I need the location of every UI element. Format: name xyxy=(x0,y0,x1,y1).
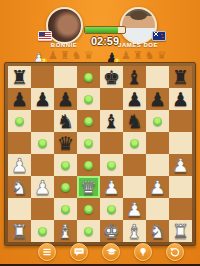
square-d1[interactable] xyxy=(77,220,100,242)
legal-move-dot[interactable] xyxy=(84,139,93,148)
placeholder-rook-icon: ♜ xyxy=(60,48,70,63)
square-d5[interactable] xyxy=(77,132,100,154)
square-a5[interactable] xyxy=(8,132,31,154)
legal-move-dot[interactable] xyxy=(153,117,162,126)
square-c1[interactable]: ♝ xyxy=(54,220,77,242)
legal-move-dot[interactable] xyxy=(84,161,93,170)
legal-move-dot[interactable] xyxy=(84,73,93,82)
new-zealand-flag-icon xyxy=(152,31,166,41)
piece-white-pawn: ♟ xyxy=(172,154,189,176)
piece-black-pawn: ♟ xyxy=(172,88,189,110)
square-g8[interactable] xyxy=(146,66,169,88)
square-h6[interactable] xyxy=(169,110,192,132)
legal-move-dot[interactable] xyxy=(61,161,70,170)
graduation-cap-icon xyxy=(106,247,117,257)
square-c4[interactable] xyxy=(54,154,77,176)
legal-move-dot[interactable] xyxy=(61,183,70,192)
chat-button[interactable] xyxy=(70,243,88,261)
square-g3[interactable]: ♟ xyxy=(146,176,169,198)
square-e3[interactable]: ♟ xyxy=(100,176,123,198)
light-bulb-icon xyxy=(138,247,148,257)
square-c7[interactable]: ♟ xyxy=(54,88,77,110)
placeholder-rook-icon: ♜ xyxy=(133,48,143,63)
square-b3[interactable]: ♟ xyxy=(31,176,54,198)
captured-tray-right: ♟2♟♜♞♛ xyxy=(106,48,168,63)
square-h8[interactable]: ♜ xyxy=(169,66,192,88)
square-a7[interactable]: ♟ xyxy=(8,88,31,110)
square-e7[interactable] xyxy=(100,88,123,110)
square-g2[interactable] xyxy=(146,198,169,220)
square-e2[interactable] xyxy=(100,198,123,220)
captured-tray-left: ♟2♟♜♞♛ xyxy=(33,48,95,63)
piece-black-pawn: ♟ xyxy=(149,88,166,110)
legal-move-dot[interactable] xyxy=(107,205,116,214)
legal-move-dot[interactable] xyxy=(38,227,47,236)
piece-black-knight: ♞ xyxy=(57,110,74,132)
legal-move-dot[interactable] xyxy=(130,139,139,148)
square-g1[interactable]: ♞ xyxy=(146,220,169,242)
chat-bubble-icon xyxy=(74,247,84,257)
clock-area: 02:59 xyxy=(78,26,132,47)
square-b1[interactable] xyxy=(31,220,54,242)
square-f2[interactable]: ♟ xyxy=(123,198,146,220)
piece-black-rook: ♜ xyxy=(172,66,189,88)
placeholder-pawn-icon: ♟ xyxy=(121,48,131,63)
piece-white-pawn: ♟ xyxy=(149,176,166,198)
square-a6[interactable] xyxy=(8,110,31,132)
square-h5[interactable] xyxy=(169,132,192,154)
hint-button[interactable] xyxy=(134,243,152,261)
placeholder-queen-icon: ♛ xyxy=(157,48,167,63)
legal-move-dot[interactable] xyxy=(84,117,93,126)
square-c5[interactable]: ♛ xyxy=(54,132,77,154)
piece-black-bishop: ♝ xyxy=(126,66,143,88)
chess-board: ♜♚♝♜♟♟♟♟♟♟♞♝♞♛♟♟♞♟♛♟♟♟♜♝♚♝♞♜ xyxy=(8,66,192,242)
square-f1[interactable]: ♝ xyxy=(123,220,146,242)
square-f5[interactable] xyxy=(123,132,146,154)
square-c3[interactable] xyxy=(54,176,77,198)
piece-black-rook: ♜ xyxy=(11,66,28,88)
square-e1[interactable]: ♚ xyxy=(100,220,123,242)
piece-black-knight: ♞ xyxy=(126,110,143,132)
square-g6[interactable] xyxy=(146,110,169,132)
square-b6[interactable] xyxy=(31,110,54,132)
placeholder-knight-icon: ♞ xyxy=(145,48,155,63)
piece-white-knight: ♞ xyxy=(149,220,166,242)
placeholder-pawn-icon: ♟ xyxy=(48,48,58,63)
piece-white-king: ♚ xyxy=(103,220,120,242)
square-h4[interactable]: ♟ xyxy=(169,154,192,176)
menu-button[interactable] xyxy=(38,243,56,261)
legal-move-dot[interactable] xyxy=(15,117,24,126)
square-h3[interactable] xyxy=(169,176,192,198)
square-c2[interactable] xyxy=(54,198,77,220)
chess-app: BONNIE JAMES DOE 02:59 ♟2♟♜♞♛ ♟2♟♜♞♛ ♜♚♝… xyxy=(0,0,200,266)
placeholder-knight-icon: ♞ xyxy=(72,48,82,63)
square-g5[interactable] xyxy=(146,132,169,154)
square-a4[interactable]: ♟ xyxy=(8,154,31,176)
square-c8[interactable] xyxy=(54,66,77,88)
square-f7[interactable]: ♟ xyxy=(123,88,146,110)
legal-move-dot[interactable] xyxy=(38,139,47,148)
square-e6[interactable]: ♝ xyxy=(100,110,123,132)
square-d7[interactable] xyxy=(77,88,100,110)
square-d6[interactable] xyxy=(77,110,100,132)
piece-white-pawn: ♟ xyxy=(103,176,120,198)
square-d3[interactable]: ♛ xyxy=(77,176,100,198)
us-flag-icon xyxy=(38,31,52,41)
square-f3[interactable] xyxy=(123,176,146,198)
piece-black-bishop: ♝ xyxy=(103,110,120,132)
piece-white-knight: ♞ xyxy=(11,176,28,198)
piece-white-pawn: ♟ xyxy=(34,176,51,198)
learn-button[interactable] xyxy=(102,243,120,261)
piece-black-pawn: ♟ xyxy=(11,88,28,110)
captured-white-pawn: ♟2 xyxy=(33,48,45,63)
square-b5[interactable] xyxy=(31,132,54,154)
hamburger-icon xyxy=(42,247,52,257)
piece-white-queen: ♛ xyxy=(80,176,97,198)
square-g7[interactable]: ♟ xyxy=(146,88,169,110)
chess-board-frame: ♜♚♝♜♟♟♟♟♟♟♞♝♞♛♟♟♞♟♛♟♟♟♜♝♚♝♞♜ xyxy=(4,62,196,246)
square-e5[interactable] xyxy=(100,132,123,154)
square-c6[interactable]: ♞ xyxy=(54,110,77,132)
square-g4[interactable] xyxy=(146,154,169,176)
legal-move-dot[interactable] xyxy=(84,205,93,214)
square-a8[interactable]: ♜ xyxy=(8,66,31,88)
square-e8[interactable]: ♚ xyxy=(100,66,123,88)
placeholder-queen-icon: ♛ xyxy=(84,48,94,63)
piece-white-bishop: ♝ xyxy=(57,220,74,242)
piece-black-pawn: ♟ xyxy=(57,88,74,110)
square-b7[interactable]: ♟ xyxy=(31,88,54,110)
square-d2[interactable] xyxy=(77,198,100,220)
square-a3[interactable]: ♞ xyxy=(8,176,31,198)
piece-black-pawn: ♟ xyxy=(126,88,143,110)
legal-move-dot[interactable] xyxy=(84,95,93,104)
undo-arrow-icon xyxy=(170,247,180,257)
piece-white-rook: ♜ xyxy=(11,220,28,242)
legal-move-dot[interactable] xyxy=(84,227,93,236)
square-e4[interactable] xyxy=(100,154,123,176)
square-f8[interactable]: ♝ xyxy=(123,66,146,88)
square-h2[interactable] xyxy=(169,198,192,220)
piece-black-king: ♚ xyxy=(103,66,120,88)
square-d4[interactable] xyxy=(77,154,100,176)
piece-black-pawn: ♟ xyxy=(34,88,51,110)
time-progress-bar xyxy=(84,26,126,34)
square-b8[interactable] xyxy=(31,66,54,88)
piece-white-pawn: ♟ xyxy=(11,154,28,176)
square-a2[interactable] xyxy=(8,198,31,220)
square-d8[interactable] xyxy=(77,66,100,88)
captured-black-pawn: ♟2 xyxy=(106,48,118,63)
legal-move-dot[interactable] xyxy=(107,161,116,170)
move-timer: 02:59 xyxy=(91,35,119,47)
square-b2[interactable] xyxy=(31,198,54,220)
legal-move-dot[interactable] xyxy=(61,205,70,214)
time-progress-fill xyxy=(85,27,118,33)
square-f6[interactable]: ♞ xyxy=(123,110,146,132)
square-h1[interactable]: ♜ xyxy=(169,220,192,242)
square-b4[interactable] xyxy=(31,154,54,176)
undo-button[interactable] xyxy=(166,243,184,261)
piece-white-rook: ♜ xyxy=(172,220,189,242)
piece-white-bishop: ♝ xyxy=(126,220,143,242)
square-h7[interactable]: ♟ xyxy=(169,88,192,110)
piece-black-queen: ♛ xyxy=(57,132,74,154)
piece-white-pawn: ♟ xyxy=(126,198,143,220)
square-a1[interactable]: ♜ xyxy=(8,220,31,242)
square-f4[interactable] xyxy=(123,154,146,176)
